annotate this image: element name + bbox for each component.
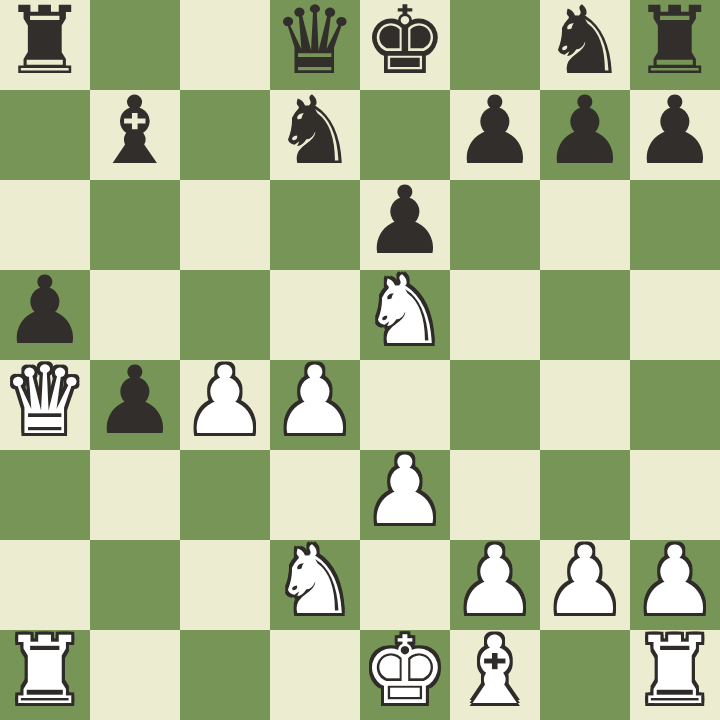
black-pawn[interactable]: ♟ [633,86,717,176]
square-g4[interactable] [540,360,630,450]
black-pawn[interactable]: ♟ [543,86,627,176]
white-pawn[interactable]: ♟ [543,536,627,626]
square-g7[interactable]: ♟ [540,90,630,180]
square-c8[interactable] [180,0,270,90]
square-b7[interactable]: ♝ [90,90,180,180]
white-pawn[interactable]: ♟ [453,536,537,626]
white-pawn[interactable]: ♟ [363,446,447,536]
black-knight[interactable]: ♞ [543,0,627,86]
square-e1[interactable]: ♚ [360,630,450,720]
black-knight[interactable]: ♞ [273,86,357,176]
square-g2[interactable]: ♟ [540,540,630,630]
chess-board: ♜♛♚♞♜♝♞♟♟♟♟♟♞♛♟♟♟♟♞♟♟♟♜♚♝♜ [0,0,720,720]
white-knight[interactable]: ♞ [273,536,357,626]
square-h6[interactable] [630,180,720,270]
square-b3[interactable] [90,450,180,540]
square-a3[interactable] [0,450,90,540]
white-queen[interactable]: ♛ [3,356,87,446]
white-rook[interactable]: ♜ [633,626,717,716]
square-d2[interactable]: ♞ [270,540,360,630]
square-d1[interactable] [270,630,360,720]
square-a8[interactable]: ♜ [0,0,90,90]
square-h1[interactable]: ♜ [630,630,720,720]
square-f7[interactable]: ♟ [450,90,540,180]
square-c4[interactable]: ♟ [180,360,270,450]
black-rook[interactable]: ♜ [633,0,717,86]
square-h7[interactable]: ♟ [630,90,720,180]
square-e3[interactable]: ♟ [360,450,450,540]
white-pawn[interactable]: ♟ [633,536,717,626]
square-d7[interactable]: ♞ [270,90,360,180]
square-g1[interactable] [540,630,630,720]
square-g6[interactable] [540,180,630,270]
square-f1[interactable]: ♝ [450,630,540,720]
black-pawn[interactable]: ♟ [453,86,537,176]
square-d4[interactable]: ♟ [270,360,360,450]
square-f6[interactable] [450,180,540,270]
white-bishop[interactable]: ♝ [453,626,537,716]
square-h4[interactable] [630,360,720,450]
square-c2[interactable] [180,540,270,630]
square-g5[interactable] [540,270,630,360]
black-pawn[interactable]: ♟ [93,356,177,446]
square-b1[interactable] [90,630,180,720]
white-pawn[interactable]: ♟ [273,356,357,446]
square-b2[interactable] [90,540,180,630]
square-f4[interactable] [450,360,540,450]
black-queen[interactable]: ♛ [273,0,357,86]
square-h5[interactable] [630,270,720,360]
square-a4[interactable]: ♛ [0,360,90,450]
square-c1[interactable] [180,630,270,720]
black-pawn[interactable]: ♟ [363,176,447,266]
white-rook[interactable]: ♜ [3,626,87,716]
black-king[interactable]: ♚ [363,0,447,86]
square-b4[interactable]: ♟ [90,360,180,450]
black-bishop[interactable]: ♝ [93,86,177,176]
square-c3[interactable] [180,450,270,540]
square-a1[interactable]: ♜ [0,630,90,720]
square-c7[interactable] [180,90,270,180]
square-b6[interactable] [90,180,180,270]
square-a7[interactable] [0,90,90,180]
square-c6[interactable] [180,180,270,270]
white-pawn[interactable]: ♟ [183,356,267,446]
square-e5[interactable]: ♞ [360,270,450,360]
black-pawn[interactable]: ♟ [3,266,87,356]
white-knight[interactable]: ♞ [363,266,447,356]
black-rook[interactable]: ♜ [3,0,87,86]
square-d6[interactable] [270,180,360,270]
white-king[interactable]: ♚ [363,626,447,716]
square-f5[interactable] [450,270,540,360]
square-e8[interactable]: ♚ [360,0,450,90]
